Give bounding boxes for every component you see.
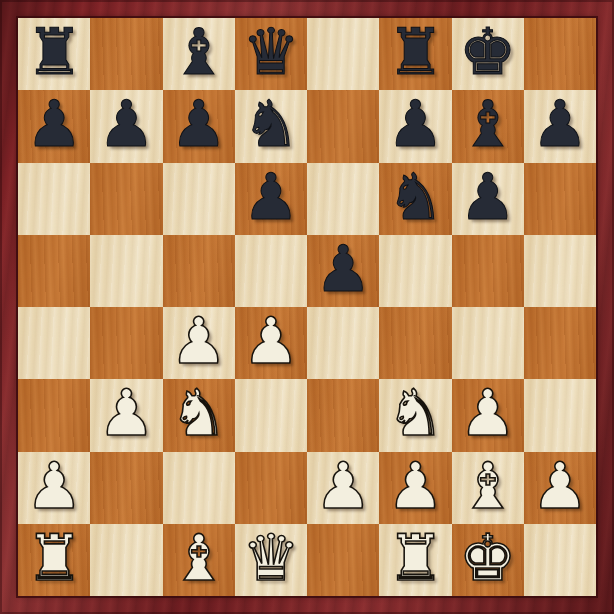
black-bishop[interactable]: ♝ (459, 92, 516, 156)
square-a6[interactable] (18, 163, 90, 235)
square-c4[interactable]: ♟ (163, 307, 235, 379)
square-h1[interactable] (524, 524, 596, 596)
black-pawn[interactable]: ♟ (531, 92, 588, 156)
square-f4[interactable] (379, 307, 451, 379)
square-c6[interactable] (163, 163, 235, 235)
black-king[interactable]: ♚ (459, 20, 516, 84)
square-b5[interactable] (90, 235, 162, 307)
square-b3[interactable]: ♟ (90, 379, 162, 451)
black-pawn[interactable]: ♟ (314, 237, 371, 301)
white-pawn[interactable]: ♟ (459, 381, 516, 445)
square-c1[interactable]: ♝ (163, 524, 235, 596)
square-f3[interactable]: ♞ (379, 379, 451, 451)
square-f8[interactable]: ♜ (379, 18, 451, 90)
black-pawn[interactable]: ♟ (242, 165, 299, 229)
square-d8[interactable]: ♛ (235, 18, 307, 90)
white-bishop[interactable]: ♝ (459, 454, 516, 518)
square-f1[interactable]: ♜ (379, 524, 451, 596)
board-frame: ♜♝♛♜♚♟♟♟♞♟♝♟♟♞♟♟♟♟♟♞♞♟♟♟♟♝♟♜♝♛♜♚ (0, 0, 614, 614)
square-d7[interactable]: ♞ (235, 90, 307, 162)
black-rook[interactable]: ♜ (387, 20, 444, 84)
square-f6[interactable]: ♞ (379, 163, 451, 235)
white-queen[interactable]: ♛ (242, 526, 299, 590)
white-bishop[interactable]: ♝ (170, 526, 227, 590)
square-d1[interactable]: ♛ (235, 524, 307, 596)
square-f5[interactable] (379, 235, 451, 307)
white-king[interactable]: ♚ (459, 526, 516, 590)
square-g5[interactable] (452, 235, 524, 307)
square-g3[interactable]: ♟ (452, 379, 524, 451)
square-g1[interactable]: ♚ (452, 524, 524, 596)
black-pawn[interactable]: ♟ (387, 92, 444, 156)
square-b1[interactable] (90, 524, 162, 596)
white-pawn[interactable]: ♟ (387, 454, 444, 518)
black-pawn[interactable]: ♟ (170, 92, 227, 156)
square-f2[interactable]: ♟ (379, 452, 451, 524)
square-a3[interactable] (18, 379, 90, 451)
square-b6[interactable] (90, 163, 162, 235)
square-a4[interactable] (18, 307, 90, 379)
white-knight[interactable]: ♞ (170, 381, 227, 445)
square-g4[interactable] (452, 307, 524, 379)
square-h3[interactable] (524, 379, 596, 451)
square-h8[interactable] (524, 18, 596, 90)
square-d3[interactable] (235, 379, 307, 451)
black-queen[interactable]: ♛ (242, 20, 299, 84)
square-c2[interactable] (163, 452, 235, 524)
black-pawn[interactable]: ♟ (25, 92, 82, 156)
square-g7[interactable]: ♝ (452, 90, 524, 162)
square-c3[interactable]: ♞ (163, 379, 235, 451)
square-h7[interactable]: ♟ (524, 90, 596, 162)
square-e2[interactable]: ♟ (307, 452, 379, 524)
white-pawn[interactable]: ♟ (531, 454, 588, 518)
white-rook[interactable]: ♜ (25, 526, 82, 590)
black-rook[interactable]: ♜ (25, 20, 82, 84)
square-a2[interactable]: ♟ (18, 452, 90, 524)
black-pawn[interactable]: ♟ (98, 92, 155, 156)
square-b8[interactable] (90, 18, 162, 90)
square-c7[interactable]: ♟ (163, 90, 235, 162)
white-pawn[interactable]: ♟ (314, 454, 371, 518)
black-knight[interactable]: ♞ (387, 165, 444, 229)
square-b7[interactable]: ♟ (90, 90, 162, 162)
square-h4[interactable] (524, 307, 596, 379)
white-pawn[interactable]: ♟ (242, 309, 299, 373)
square-e5[interactable]: ♟ (307, 235, 379, 307)
square-e6[interactable] (307, 163, 379, 235)
black-knight[interactable]: ♞ (242, 92, 299, 156)
white-rook[interactable]: ♜ (387, 526, 444, 590)
square-a1[interactable]: ♜ (18, 524, 90, 596)
square-e3[interactable] (307, 379, 379, 451)
square-a7[interactable]: ♟ (18, 90, 90, 162)
square-g2[interactable]: ♝ (452, 452, 524, 524)
square-e8[interactable] (307, 18, 379, 90)
white-knight[interactable]: ♞ (387, 381, 444, 445)
square-e4[interactable] (307, 307, 379, 379)
square-g8[interactable]: ♚ (452, 18, 524, 90)
square-c8[interactable]: ♝ (163, 18, 235, 90)
square-d5[interactable] (235, 235, 307, 307)
white-pawn[interactable]: ♟ (170, 309, 227, 373)
square-g6[interactable]: ♟ (452, 163, 524, 235)
square-b4[interactable] (90, 307, 162, 379)
square-h6[interactable] (524, 163, 596, 235)
square-c5[interactable] (163, 235, 235, 307)
square-e7[interactable] (307, 90, 379, 162)
square-e1[interactable] (307, 524, 379, 596)
black-pawn[interactable]: ♟ (459, 165, 516, 229)
black-bishop[interactable]: ♝ (170, 20, 227, 84)
square-a8[interactable]: ♜ (18, 18, 90, 90)
square-d4[interactable]: ♟ (235, 307, 307, 379)
square-d2[interactable] (235, 452, 307, 524)
square-a5[interactable] (18, 235, 90, 307)
square-h2[interactable]: ♟ (524, 452, 596, 524)
square-d6[interactable]: ♟ (235, 163, 307, 235)
white-pawn[interactable]: ♟ (25, 454, 82, 518)
chess-board: ♜♝♛♜♚♟♟♟♞♟♝♟♟♞♟♟♟♟♟♞♞♟♟♟♟♝♟♜♝♛♜♚ (18, 18, 596, 596)
white-pawn[interactable]: ♟ (98, 381, 155, 445)
square-h5[interactable] (524, 235, 596, 307)
square-f7[interactable]: ♟ (379, 90, 451, 162)
square-b2[interactable] (90, 452, 162, 524)
